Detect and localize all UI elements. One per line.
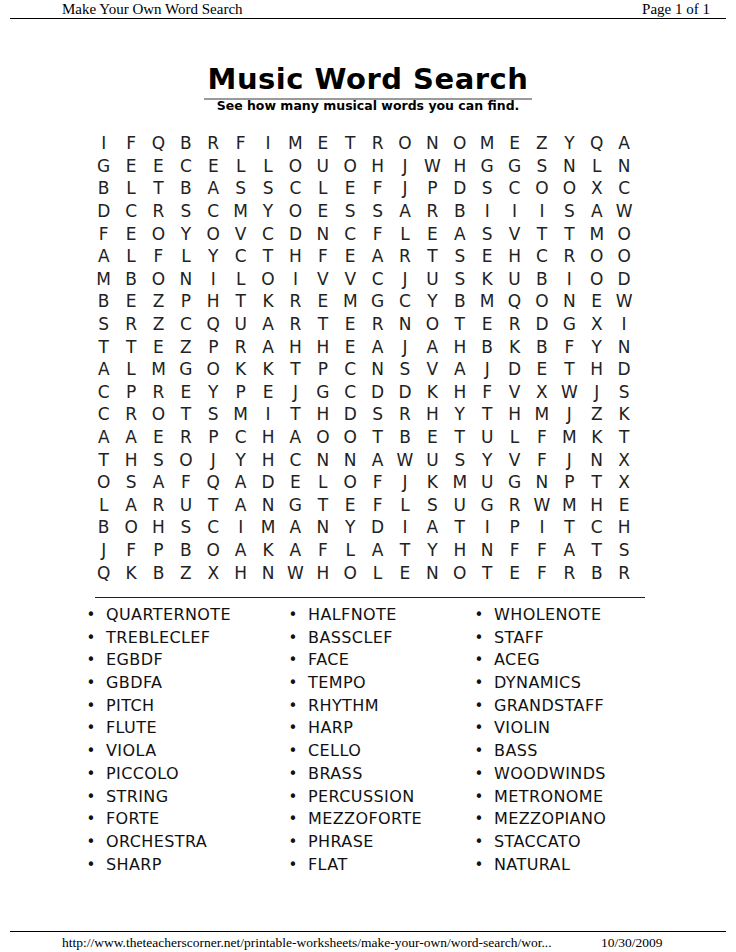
grid-cell[interactable]: L [117, 358, 144, 381]
grid-cell[interactable]: E [391, 561, 418, 584]
grid-cell[interactable]: E [337, 177, 364, 200]
grid-cell[interactable]: T [117, 335, 144, 358]
grid-cell[interactable]: C [282, 177, 309, 200]
grid-cell[interactable]: M [528, 403, 555, 426]
grid-cell[interactable]: I [227, 516, 254, 539]
grid-cell[interactable]: B [145, 561, 172, 584]
grid-cell[interactable]: R [145, 200, 172, 223]
grid-cell[interactable]: B [117, 268, 144, 291]
grid-cell[interactable]: I [528, 516, 555, 539]
grid-cell[interactable]: B [446, 290, 473, 313]
grid-cell[interactable]: S [364, 200, 391, 223]
grid-cell[interactable]: H [419, 403, 446, 426]
grid-cell[interactable]: N [309, 516, 336, 539]
grid-cell[interactable]: U [446, 494, 473, 517]
grid-cell[interactable]: L [391, 222, 418, 245]
grid-cell[interactable]: P [200, 426, 227, 449]
grid-cell[interactable]: D [501, 358, 528, 381]
grid-cell[interactable]: Y [200, 381, 227, 404]
grid-cell[interactable]: A [391, 200, 418, 223]
grid-cell[interactable]: C [227, 245, 254, 268]
grid-cell[interactable]: H [200, 290, 227, 313]
grid-cell[interactable]: R [556, 561, 583, 584]
grid-cell[interactable]: R [501, 494, 528, 517]
grid-cell[interactable]: H [254, 426, 281, 449]
grid-cell[interactable]: O [254, 268, 281, 291]
grid-cell[interactable]: B [528, 268, 555, 291]
grid-cell[interactable]: N [610, 155, 637, 178]
grid-cell[interactable]: S [254, 177, 281, 200]
grid-cell[interactable]: J [583, 381, 610, 404]
grid-cell[interactable]: A [117, 494, 144, 517]
grid-cell[interactable]: A [446, 358, 473, 381]
grid-cell[interactable]: R [391, 403, 418, 426]
grid-cell[interactable]: S [473, 177, 500, 200]
grid-cell[interactable]: H [446, 335, 473, 358]
grid-cell[interactable]: F [117, 132, 144, 155]
grid-cell[interactable]: Q [145, 132, 172, 155]
grid-cell[interactable]: F [501, 539, 528, 562]
grid-cell[interactable]: O [528, 177, 555, 200]
grid-cell[interactable]: H [446, 381, 473, 404]
grid-cell[interactable]: T [446, 516, 473, 539]
grid-cell[interactable]: Z [583, 403, 610, 426]
grid-cell[interactable]: H [583, 358, 610, 381]
grid-cell[interactable]: E [528, 358, 555, 381]
grid-cell[interactable]: E [419, 426, 446, 449]
grid-cell[interactable]: A [282, 426, 309, 449]
grid-cell[interactable]: L [309, 177, 336, 200]
grid-cell[interactable]: W [528, 494, 555, 517]
grid-cell[interactable]: N [610, 335, 637, 358]
grid-cell[interactable]: O [90, 471, 117, 494]
grid-cell[interactable]: L [172, 245, 199, 268]
grid-cell[interactable]: R [227, 335, 254, 358]
grid-cell[interactable]: D [337, 403, 364, 426]
grid-cell[interactable]: C [337, 222, 364, 245]
grid-cell[interactable]: S [172, 516, 199, 539]
grid-cell[interactable]: L [117, 245, 144, 268]
grid-cell[interactable]: V [501, 222, 528, 245]
grid-cell[interactable]: V [337, 268, 364, 291]
grid-cell[interactable]: Z [172, 335, 199, 358]
grid-cell[interactable]: C [528, 245, 555, 268]
grid-cell[interactable]: F [528, 539, 555, 562]
grid-cell[interactable]: T [254, 245, 281, 268]
grid-cell[interactable]: F [528, 426, 555, 449]
grid-cell[interactable]: F [90, 222, 117, 245]
grid-cell[interactable]: I [610, 313, 637, 336]
grid-cell[interactable]: H [610, 516, 637, 539]
grid-cell[interactable]: S [227, 177, 254, 200]
grid-cell[interactable]: O [145, 222, 172, 245]
grid-cell[interactable]: H [282, 335, 309, 358]
grid-cell[interactable]: R [610, 561, 637, 584]
grid-cell[interactable]: F [145, 245, 172, 268]
grid-cell[interactable]: S [528, 155, 555, 178]
grid-cell[interactable]: J [391, 155, 418, 178]
grid-cell[interactable]: C [583, 516, 610, 539]
grid-cell[interactable]: S [446, 245, 473, 268]
grid-cell[interactable]: F [227, 132, 254, 155]
grid-cell[interactable]: G [473, 494, 500, 517]
grid-cell[interactable]: X [528, 381, 555, 404]
grid-cell[interactable]: I [90, 132, 117, 155]
grid-cell[interactable]: H [446, 155, 473, 178]
grid-cell[interactable]: L [583, 155, 610, 178]
grid-cell[interactable]: Y [473, 448, 500, 471]
grid-cell[interactable]: Y [419, 539, 446, 562]
grid-cell[interactable]: R [200, 132, 227, 155]
grid-cell[interactable]: Z [145, 290, 172, 313]
grid-cell[interactable]: N [556, 155, 583, 178]
grid-cell[interactable]: S [446, 268, 473, 291]
grid-cell[interactable]: U [227, 313, 254, 336]
grid-cell[interactable]: A [364, 335, 391, 358]
grid-cell[interactable]: D [282, 222, 309, 245]
grid-cell[interactable]: R [145, 381, 172, 404]
grid-cell[interactable]: T [282, 358, 309, 381]
grid-cell[interactable]: A [282, 516, 309, 539]
grid-cell[interactable]: O [282, 200, 309, 223]
grid-cell[interactable]: G [501, 471, 528, 494]
grid-cell[interactable]: D [254, 471, 281, 494]
grid-cell[interactable]: M [227, 403, 254, 426]
grid-cell[interactable]: E [309, 290, 336, 313]
grid-cell[interactable]: A [364, 245, 391, 268]
grid-cell[interactable]: O [337, 155, 364, 178]
grid-cell[interactable]: W [610, 200, 637, 223]
grid-cell[interactable]: A [90, 245, 117, 268]
grid-cell[interactable]: V [227, 222, 254, 245]
grid-cell[interactable]: M [473, 290, 500, 313]
grid-cell[interactable]: I [473, 516, 500, 539]
grid-cell[interactable]: M [556, 494, 583, 517]
grid-cell[interactable]: C [501, 177, 528, 200]
grid-cell[interactable]: W [419, 155, 446, 178]
grid-cell[interactable]: K [254, 539, 281, 562]
grid-cell[interactable]: E [337, 335, 364, 358]
grid-cell[interactable]: C [90, 381, 117, 404]
grid-cell[interactable]: B [172, 132, 199, 155]
grid-cell[interactable]: O [391, 132, 418, 155]
grid-cell[interactable]: Y [556, 132, 583, 155]
grid-cell[interactable]: L [309, 471, 336, 494]
grid-cell[interactable]: O [610, 222, 637, 245]
grid-cell[interactable]: C [364, 268, 391, 291]
grid-cell[interactable]: Q [200, 313, 227, 336]
grid-cell[interactable]: T [583, 539, 610, 562]
grid-cell[interactable]: F [309, 245, 336, 268]
grid-cell[interactable]: Q [501, 290, 528, 313]
grid-cell[interactable]: X [610, 448, 637, 471]
grid-cell[interactable]: L [501, 426, 528, 449]
grid-cell[interactable]: A [254, 335, 281, 358]
grid-cell[interactable]: T [556, 222, 583, 245]
grid-cell[interactable]: F [528, 561, 555, 584]
grid-cell[interactable]: O [172, 448, 199, 471]
grid-cell[interactable]: G [282, 494, 309, 517]
grid-cell[interactable]: O [200, 358, 227, 381]
grid-cell[interactable]: U [501, 268, 528, 291]
grid-cell[interactable]: N [583, 448, 610, 471]
grid-cell[interactable]: G [473, 155, 500, 178]
grid-cell[interactable]: I [282, 268, 309, 291]
grid-cell[interactable]: S [117, 471, 144, 494]
grid-cell[interactable]: Z [528, 132, 555, 155]
grid-cell[interactable]: Y [446, 403, 473, 426]
grid-cell[interactable]: E [117, 222, 144, 245]
grid-cell[interactable]: S [145, 448, 172, 471]
grid-cell[interactable]: K [501, 335, 528, 358]
grid-cell[interactable]: A [90, 358, 117, 381]
grid-cell[interactable]: R [117, 313, 144, 336]
grid-cell[interactable]: C [90, 403, 117, 426]
grid-cell[interactable]: C [337, 358, 364, 381]
grid-cell[interactable]: K [419, 471, 446, 494]
grid-cell[interactable]: K [254, 290, 281, 313]
grid-cell[interactable]: K [254, 358, 281, 381]
grid-cell[interactable]: M [254, 516, 281, 539]
grid-cell[interactable]: G [309, 381, 336, 404]
grid-cell[interactable]: E [337, 313, 364, 336]
grid-cell[interactable]: R [282, 290, 309, 313]
grid-cell[interactable]: A [419, 335, 446, 358]
grid-cell[interactable]: S [90, 313, 117, 336]
grid-cell[interactable]: L [117, 177, 144, 200]
grid-cell[interactable]: T [309, 313, 336, 336]
grid-cell[interactable]: C [117, 200, 144, 223]
grid-cell[interactable]: N [419, 561, 446, 584]
grid-cell[interactable]: I [391, 516, 418, 539]
grid-cell[interactable]: M [282, 132, 309, 155]
grid-cell[interactable]: H [282, 245, 309, 268]
grid-cell[interactable]: Z [172, 561, 199, 584]
grid-cell[interactable]: D [528, 313, 555, 336]
grid-cell[interactable]: P [172, 290, 199, 313]
grid-cell[interactable]: P [419, 177, 446, 200]
grid-cell[interactable]: C [200, 516, 227, 539]
grid-cell[interactable]: O [528, 290, 555, 313]
grid-cell[interactable]: P [117, 381, 144, 404]
grid-cell[interactable]: J [391, 471, 418, 494]
grid-cell[interactable]: T [473, 561, 500, 584]
grid-cell[interactable]: S [364, 403, 391, 426]
grid-cell[interactable]: E [282, 471, 309, 494]
grid-cell[interactable]: D [446, 177, 473, 200]
grid-cell[interactable]: U [172, 494, 199, 517]
grid-cell[interactable]: A [145, 471, 172, 494]
grid-cell[interactable]: L [254, 155, 281, 178]
grid-cell[interactable]: T [282, 403, 309, 426]
grid-cell[interactable]: A [419, 516, 446, 539]
grid-cell[interactable]: W [282, 561, 309, 584]
grid-cell[interactable]: H [254, 448, 281, 471]
grid-cell[interactable]: Y [172, 222, 199, 245]
grid-cell[interactable]: H [583, 494, 610, 517]
grid-cell[interactable]: Q [200, 471, 227, 494]
grid-cell[interactable]: C [172, 155, 199, 178]
grid-cell[interactable]: X [583, 177, 610, 200]
grid-cell[interactable]: J [391, 335, 418, 358]
grid-cell[interactable]: E [254, 381, 281, 404]
grid-cell[interactable]: E [501, 132, 528, 155]
grid-cell[interactable]: U [473, 426, 500, 449]
grid-cell[interactable]: O [583, 245, 610, 268]
grid-cell[interactable]: F [364, 494, 391, 517]
grid-cell[interactable]: D [364, 381, 391, 404]
grid-cell[interactable]: A [254, 313, 281, 336]
grid-cell[interactable]: E [473, 313, 500, 336]
grid-cell[interactable]: S [172, 200, 199, 223]
grid-cell[interactable]: D [90, 200, 117, 223]
grid-cell[interactable]: H [501, 403, 528, 426]
grid-cell[interactable]: Y [254, 200, 281, 223]
grid-cell[interactable]: N [364, 358, 391, 381]
grid-cell[interactable]: O [419, 313, 446, 336]
grid-cell[interactable]: T [610, 426, 637, 449]
grid-cell[interactable]: E [309, 132, 336, 155]
grid-cell[interactable]: T [583, 471, 610, 494]
grid-cell[interactable]: H [227, 561, 254, 584]
grid-cell[interactable]: R [145, 494, 172, 517]
grid-cell[interactable]: X [200, 561, 227, 584]
grid-cell[interactable]: I [254, 403, 281, 426]
grid-cell[interactable]: O [145, 268, 172, 291]
grid-cell[interactable]: J [473, 358, 500, 381]
grid-cell[interactable]: J [391, 177, 418, 200]
grid-cell[interactable]: O [200, 222, 227, 245]
grid-cell[interactable]: S [473, 222, 500, 245]
grid-cell[interactable]: P [501, 516, 528, 539]
grid-cell[interactable]: G [501, 155, 528, 178]
grid-cell[interactable]: K [473, 268, 500, 291]
grid-cell[interactable]: W [610, 290, 637, 313]
grid-cell[interactable]: H [309, 335, 336, 358]
grid-cell[interactable]: B [473, 335, 500, 358]
grid-cell[interactable]: S [610, 539, 637, 562]
grid-cell[interactable]: B [446, 200, 473, 223]
grid-cell[interactable]: E [145, 155, 172, 178]
grid-cell[interactable]: X [610, 471, 637, 494]
grid-cell[interactable]: N [419, 132, 446, 155]
grid-cell[interactable]: H [309, 403, 336, 426]
grid-cell[interactable]: E [200, 155, 227, 178]
grid-cell[interactable]: U [419, 448, 446, 471]
grid-cell[interactable]: M [90, 268, 117, 291]
grid-cell[interactable]: T [309, 494, 336, 517]
grid-cell[interactable]: S [556, 200, 583, 223]
grid-cell[interactable]: R [364, 313, 391, 336]
grid-cell[interactable]: C [282, 448, 309, 471]
grid-cell[interactable]: T [90, 448, 117, 471]
grid-cell[interactable]: E [501, 561, 528, 584]
grid-cell[interactable]: C [391, 290, 418, 313]
grid-cell[interactable]: E [610, 494, 637, 517]
grid-cell[interactable]: H [309, 561, 336, 584]
grid-cell[interactable]: E [337, 245, 364, 268]
grid-cell[interactable]: S [391, 358, 418, 381]
grid-cell[interactable]: D [610, 358, 637, 381]
grid-cell[interactable]: K [583, 426, 610, 449]
grid-cell[interactable]: I [501, 200, 528, 223]
grid-cell[interactable]: V [419, 358, 446, 381]
grid-cell[interactable]: N [309, 222, 336, 245]
grid-cell[interactable]: H [446, 539, 473, 562]
grid-cell[interactable]: L [90, 494, 117, 517]
grid-cell[interactable]: C [227, 426, 254, 449]
grid-cell[interactable]: Y [583, 335, 610, 358]
grid-cell[interactable]: Y [200, 245, 227, 268]
grid-cell[interactable]: M [145, 358, 172, 381]
grid-cell[interactable]: L [337, 539, 364, 562]
grid-cell[interactable]: C [337, 381, 364, 404]
grid-cell[interactable]: N [309, 448, 336, 471]
grid-cell[interactable]: I [528, 200, 555, 223]
grid-cell[interactable]: O [556, 177, 583, 200]
grid-cell[interactable]: V [501, 448, 528, 471]
grid-cell[interactable]: L [227, 155, 254, 178]
grid-cell[interactable]: R [364, 132, 391, 155]
grid-cell[interactable]: L [364, 561, 391, 584]
grid-cell[interactable]: T [145, 177, 172, 200]
grid-cell[interactable]: D [610, 268, 637, 291]
grid-cell[interactable]: L [227, 268, 254, 291]
grid-cell[interactable]: E [145, 426, 172, 449]
grid-cell[interactable]: J [200, 448, 227, 471]
grid-cell[interactable]: E [419, 222, 446, 245]
grid-cell[interactable]: B [90, 177, 117, 200]
grid-cell[interactable]: E [583, 290, 610, 313]
grid-cell[interactable]: B [90, 516, 117, 539]
grid-cell[interactable]: D [391, 381, 418, 404]
grid-cell[interactable]: F [556, 335, 583, 358]
grid-cell[interactable]: S [610, 381, 637, 404]
grid-cell[interactable]: G [172, 358, 199, 381]
grid-cell[interactable]: F [309, 539, 336, 562]
grid-cell[interactable]: E [117, 155, 144, 178]
grid-cell[interactable]: O [610, 245, 637, 268]
grid-cell[interactable]: N [473, 539, 500, 562]
grid-cell[interactable]: A [227, 494, 254, 517]
grid-cell[interactable]: A [117, 426, 144, 449]
grid-cell[interactable]: B [90, 290, 117, 313]
grid-cell[interactable]: K [610, 403, 637, 426]
grid-cell[interactable]: T [446, 426, 473, 449]
grid-cell[interactable]: T [364, 426, 391, 449]
grid-cell[interactable]: F [364, 471, 391, 494]
grid-cell[interactable]: E [117, 290, 144, 313]
grid-cell[interactable]: O [337, 561, 364, 584]
grid-cell[interactable]: B [391, 426, 418, 449]
grid-cell[interactable]: T [473, 403, 500, 426]
grid-cell[interactable]: V [309, 268, 336, 291]
grid-cell[interactable]: G [90, 155, 117, 178]
grid-cell[interactable]: W [391, 448, 418, 471]
grid-cell[interactable]: K [117, 561, 144, 584]
grid-cell[interactable]: N [172, 268, 199, 291]
grid-cell[interactable]: E [309, 200, 336, 223]
grid-cell[interactable]: H [364, 155, 391, 178]
grid-cell[interactable]: V [501, 381, 528, 404]
grid-cell[interactable]: M [446, 471, 473, 494]
grid-cell[interactable]: C [254, 222, 281, 245]
grid-cell[interactable]: A [446, 222, 473, 245]
grid-cell[interactable]: E [473, 245, 500, 268]
grid-cell[interactable]: R [556, 245, 583, 268]
grid-cell[interactable]: F [117, 539, 144, 562]
grid-cell[interactable]: A [583, 200, 610, 223]
